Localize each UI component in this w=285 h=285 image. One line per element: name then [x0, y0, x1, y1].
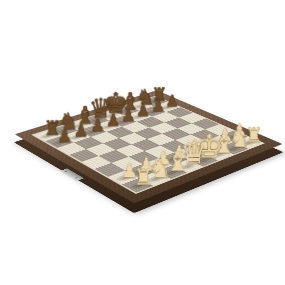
board-scene: ♜♞♝♛♚♝♞♜♟♟♟♟♟♟♟♟♟♟♟♟♟♟♟♟♜♞♝♛♚♝♞♜: [0, 0, 285, 285]
chess-board: ♜♞♝♛♚♝♞♜♟♟♟♟♟♟♟♟♟♟♟♟♟♟♟♟♜♞♝♛♚♝♞♜: [15, 90, 283, 203]
piece-white-rook: ♜: [117, 166, 171, 188]
photo-canvas: ♜♞♝♛♚♝♞♜♟♟♟♟♟♟♟♟♟♟♟♟♟♟♟♟♜♞♝♛♚♝♞♜: [0, 0, 285, 285]
square-a1: ♜: [122, 178, 154, 193]
brand-plaque: [59, 168, 84, 181]
piece-black-pawn: ♟: [40, 127, 89, 144]
board-grid: ♜♞♝♛♚♝♞♜♟♟♟♟♟♟♟♟♟♟♟♟♟♟♟♟♜♞♝♛♚♝♞♜: [34, 97, 262, 193]
